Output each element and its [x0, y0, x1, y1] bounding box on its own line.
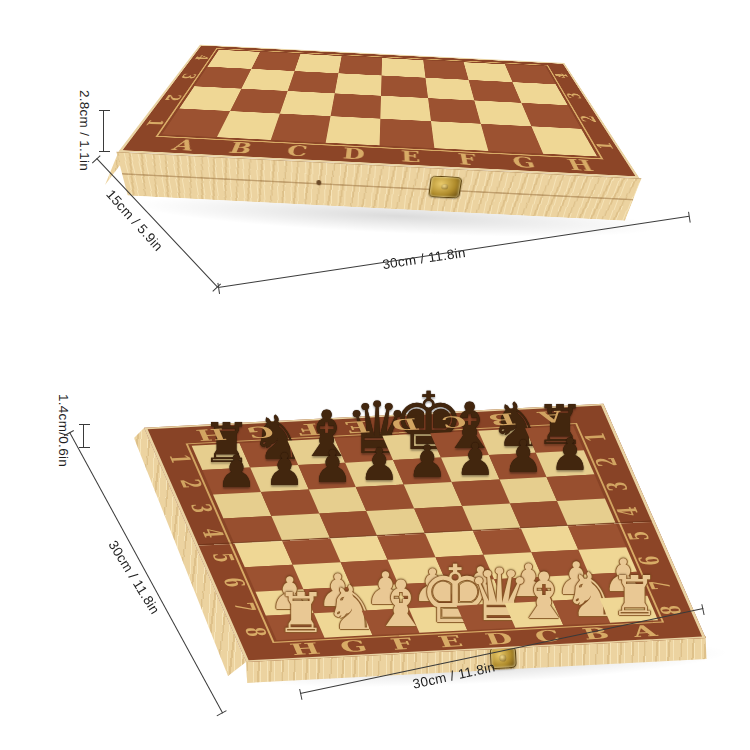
piece-light-knight: ♞	[324, 581, 372, 636]
piece-light-queen: ♛	[467, 564, 515, 629]
square	[547, 474, 605, 501]
rank-label: 2	[590, 455, 622, 470]
square	[423, 60, 469, 80]
rank-label: 2	[576, 113, 601, 124]
square	[382, 58, 426, 78]
square	[251, 52, 300, 71]
closed-box-view: ABCDEFGH44332211	[118, 0, 640, 165]
closed-box: ABCDEFGH44332211	[118, 45, 639, 179]
square	[557, 499, 615, 526]
square	[280, 91, 334, 116]
square	[230, 88, 288, 113]
file-label: A	[165, 137, 203, 153]
rank-label: 5	[207, 550, 239, 565]
square	[381, 76, 428, 98]
piece-light-king: ♚	[419, 559, 467, 631]
rank-label: 1	[164, 452, 196, 467]
file-label: F	[451, 151, 483, 168]
dimension-bracket-open-height	[83, 424, 84, 448]
rank-label: 3	[186, 501, 218, 516]
piece-light-knight: ♞	[562, 569, 610, 624]
rank-label: 6	[218, 575, 250, 590]
rank-label: 7	[229, 600, 261, 615]
piece-light-rook: ♜	[610, 571, 658, 620]
square	[380, 96, 430, 122]
product-photo: ABCDEFGH44332211 2.8cm / 1.1in 15cm / 5.…	[0, 0, 750, 750]
rank-label: 3	[177, 72, 200, 81]
square	[431, 121, 489, 151]
rank-label: 3	[563, 91, 586, 100]
dimension-label-open-height: 1.4cm/0.6in	[56, 394, 71, 467]
piece-dark-pawn: ♟	[546, 435, 594, 475]
rank-label: 3	[601, 479, 633, 494]
rank-label: 1	[591, 139, 618, 152]
square	[241, 69, 294, 91]
rank-label: 2	[161, 93, 186, 103]
square: ♟	[536, 450, 594, 477]
rank-label: 4	[551, 72, 572, 80]
square	[295, 54, 342, 73]
square	[512, 82, 567, 105]
square	[334, 73, 381, 95]
rank-label: 4	[191, 54, 212, 62]
dimension-bracket-closed-height	[103, 110, 104, 152]
square	[380, 119, 434, 149]
rank-label: 4	[612, 504, 644, 519]
square	[425, 78, 474, 100]
open-board-view: ♜♞♝♛♚♝♞♜♟♟♟♟♟♟♟♟♟♟♟♟♟♟♟♟♜♞♝♚♛♝♞♜ HHGGFFE…	[246, 190, 706, 650]
square	[338, 56, 382, 76]
file-label: E	[396, 148, 426, 165]
square	[428, 98, 481, 124]
closed-board-grid	[162, 50, 597, 157]
rank-label: 2	[175, 476, 207, 491]
keyhole-icon	[316, 180, 321, 186]
rank-label: 4	[197, 526, 229, 541]
file-label: C	[280, 143, 313, 159]
rank-label: 1	[141, 117, 169, 129]
piece-light-bishop: ♝	[515, 568, 563, 626]
square	[271, 113, 330, 142]
file-label: D	[338, 146, 369, 162]
dimension-label-closed-height: 2.8cm / 1.1in	[77, 90, 92, 171]
square	[330, 93, 381, 118]
rank-label: 8	[240, 624, 272, 639]
square	[288, 71, 338, 93]
square	[521, 103, 581, 129]
rank-label: 5	[623, 529, 655, 544]
file-label: H	[562, 157, 599, 174]
file-label: B	[223, 140, 258, 156]
piece-light-bishop: ♝	[372, 576, 420, 634]
square	[568, 523, 626, 550]
file-label: G	[507, 154, 542, 171]
square	[325, 116, 380, 145]
